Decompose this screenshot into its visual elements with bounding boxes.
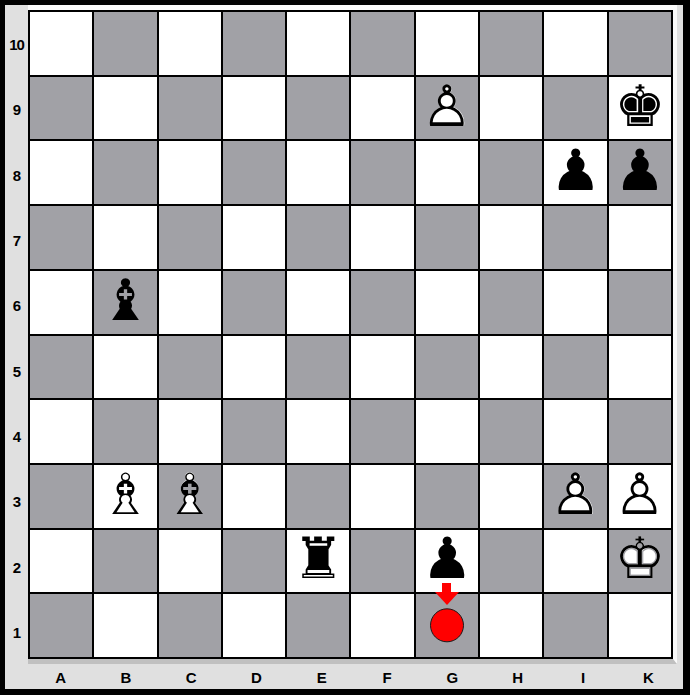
file-label-K: K <box>616 665 681 689</box>
square-F8[interactable] <box>351 141 413 204</box>
square-C10[interactable] <box>159 12 221 75</box>
file-labels: ABCDEFGHIK <box>28 665 681 689</box>
square-B6[interactable]: ♝ <box>94 271 156 334</box>
square-D3[interactable] <box>223 465 285 528</box>
piece-white-bishop[interactable]: ♝♗ <box>159 465 221 528</box>
square-K3[interactable]: ♟♙ <box>609 465 671 528</box>
square-A2[interactable] <box>30 530 92 593</box>
square-C6[interactable] <box>159 271 221 334</box>
square-B7[interactable] <box>94 206 156 269</box>
square-E7[interactable] <box>287 206 349 269</box>
square-K10[interactable] <box>609 12 671 75</box>
square-I9[interactable] <box>544 77 606 140</box>
square-F7[interactable] <box>351 206 413 269</box>
square-C9[interactable] <box>159 77 221 140</box>
piece-black-bishop[interactable]: ♝ <box>94 271 156 334</box>
square-D7[interactable] <box>223 206 285 269</box>
square-B3[interactable]: ♝♗ <box>94 465 156 528</box>
rank-label-4: 4 <box>5 404 28 469</box>
square-E2[interactable]: ♜ <box>287 530 349 593</box>
square-B9[interactable] <box>94 77 156 140</box>
rank-label-9: 9 <box>5 77 28 142</box>
square-K7[interactable] <box>609 206 671 269</box>
black-pawn-glyph: ♟ <box>614 142 665 199</box>
rank-label-7: 7 <box>5 208 28 273</box>
white-king-glyph: ♔ <box>614 530 665 587</box>
square-G3[interactable] <box>416 465 478 528</box>
black-pawn-glyph: ♟ <box>550 142 601 199</box>
rank-label-8: 8 <box>5 143 28 208</box>
rank-label-2: 2 <box>5 534 28 599</box>
square-D5[interactable] <box>223 336 285 399</box>
square-A6[interactable] <box>30 271 92 334</box>
square-G2[interactable]: ♟ <box>416 530 478 593</box>
square-A3[interactable] <box>30 465 92 528</box>
rank-label-10: 10 <box>5 12 28 77</box>
square-I7[interactable] <box>544 206 606 269</box>
move-arrow <box>435 583 459 605</box>
rank-labels: 10987654321 <box>5 12 28 665</box>
square-B1[interactable] <box>94 594 156 657</box>
file-label-B: B <box>93 665 158 689</box>
square-H9[interactable] <box>480 77 542 140</box>
piece-white-pawn[interactable]: ♟♙ <box>544 465 606 528</box>
square-B5[interactable] <box>94 336 156 399</box>
square-H4[interactable] <box>480 400 542 463</box>
square-D9[interactable] <box>223 77 285 140</box>
square-G6[interactable] <box>416 271 478 334</box>
file-label-C: C <box>159 665 224 689</box>
square-A7[interactable] <box>30 206 92 269</box>
square-C2[interactable] <box>159 530 221 593</box>
square-I8[interactable]: ♟ <box>544 141 606 204</box>
square-F5[interactable] <box>351 336 413 399</box>
square-E6[interactable] <box>287 271 349 334</box>
square-B4[interactable] <box>94 400 156 463</box>
square-H5[interactable] <box>480 336 542 399</box>
white-bishop-glyph: ♗ <box>164 466 215 523</box>
square-H2[interactable] <box>480 530 542 593</box>
white-pawn-glyph: ♙ <box>614 466 665 523</box>
move-target-circle <box>430 608 464 642</box>
rank-label-3: 3 <box>5 469 28 534</box>
board-frame: ♟♙♚♟♟♝♝♗♝♗♟♙♟♙♜♟♚♔ <box>28 5 677 664</box>
square-I2[interactable] <box>544 530 606 593</box>
square-K8[interactable]: ♟ <box>609 141 671 204</box>
white-pawn-glyph: ♙ <box>550 466 601 523</box>
square-A5[interactable] <box>30 336 92 399</box>
piece-black-rook[interactable]: ♜ <box>287 530 349 593</box>
black-rook-glyph: ♜ <box>293 530 344 587</box>
file-label-I: I <box>550 665 615 689</box>
square-E5[interactable] <box>287 336 349 399</box>
board-panel: 10987654321 ♟♙♚♟♟♝♝♗♝♗♟♙♟♙♜♟♚♔ ABCDEFGHI… <box>5 5 683 689</box>
move-arrow-shaft <box>442 583 451 592</box>
square-D8[interactable] <box>223 141 285 204</box>
square-I4[interactable] <box>544 400 606 463</box>
chess-app-window: 10987654321 ♟♙♚♟♟♝♝♗♝♗♟♙♟♙♜♟♚♔ ABCDEFGHI… <box>0 0 690 695</box>
square-E9[interactable] <box>287 77 349 140</box>
square-F9[interactable] <box>351 77 413 140</box>
square-D2[interactable] <box>223 530 285 593</box>
square-A4[interactable] <box>30 400 92 463</box>
square-K5[interactable] <box>609 336 671 399</box>
square-E1[interactable] <box>287 594 349 657</box>
square-F6[interactable] <box>351 271 413 334</box>
file-label-G: G <box>420 665 485 689</box>
square-H3[interactable] <box>480 465 542 528</box>
square-G4[interactable] <box>416 400 478 463</box>
square-D1[interactable] <box>223 594 285 657</box>
rank-label-1: 1 <box>5 600 28 665</box>
piece-white-bishop[interactable]: ♝♗ <box>94 465 156 528</box>
square-I10[interactable] <box>544 12 606 75</box>
square-G9[interactable]: ♟♙ <box>416 77 478 140</box>
square-K1[interactable] <box>609 594 671 657</box>
piece-white-pawn[interactable]: ♟♙ <box>609 465 671 528</box>
black-bishop-glyph: ♝ <box>100 272 151 329</box>
square-F2[interactable] <box>351 530 413 593</box>
square-F10[interactable] <box>351 12 413 75</box>
square-C7[interactable] <box>159 206 221 269</box>
move-arrow-head <box>435 592 459 605</box>
white-pawn-glyph: ♙ <box>421 78 472 135</box>
white-bishop-glyph: ♗ <box>100 466 151 523</box>
square-C3[interactable]: ♝♗ <box>159 465 221 528</box>
square-H8[interactable] <box>480 141 542 204</box>
board: ♟♙♚♟♟♝♝♗♝♗♟♙♟♙♜♟♚♔ <box>28 10 673 659</box>
square-K9[interactable]: ♚ <box>609 77 671 140</box>
square-A1[interactable] <box>30 594 92 657</box>
square-A9[interactable] <box>30 77 92 140</box>
square-K2[interactable]: ♚♔ <box>609 530 671 593</box>
file-label-H: H <box>485 665 550 689</box>
piece-black-pawn[interactable]: ♟ <box>609 141 671 204</box>
square-E3[interactable] <box>287 465 349 528</box>
piece-white-king[interactable]: ♚♔ <box>609 530 671 593</box>
square-H6[interactable] <box>480 271 542 334</box>
square-C8[interactable] <box>159 141 221 204</box>
square-F3[interactable] <box>351 465 413 528</box>
square-G10[interactable] <box>416 12 478 75</box>
square-A10[interactable] <box>30 12 92 75</box>
black-king-glyph: ♚ <box>614 78 665 135</box>
square-C5[interactable] <box>159 336 221 399</box>
piece-black-pawn[interactable]: ♟ <box>544 141 606 204</box>
square-D6[interactable] <box>223 271 285 334</box>
file-label-F: F <box>354 665 419 689</box>
square-I1[interactable] <box>544 594 606 657</box>
square-B8[interactable] <box>94 141 156 204</box>
square-E4[interactable] <box>287 400 349 463</box>
square-G7[interactable] <box>416 206 478 269</box>
square-I5[interactable] <box>544 336 606 399</box>
square-G5[interactable] <box>416 336 478 399</box>
square-I6[interactable] <box>544 271 606 334</box>
square-K4[interactable] <box>609 400 671 463</box>
square-I3[interactable]: ♟♙ <box>544 465 606 528</box>
square-D4[interactable] <box>223 400 285 463</box>
square-C1[interactable] <box>159 594 221 657</box>
square-G8[interactable] <box>416 141 478 204</box>
square-C4[interactable] <box>159 400 221 463</box>
black-pawn-glyph: ♟ <box>421 530 472 587</box>
piece-white-pawn[interactable]: ♟♙ <box>416 77 478 140</box>
square-A8[interactable] <box>30 141 92 204</box>
piece-black-king[interactable]: ♚ <box>609 77 671 140</box>
square-H7[interactable] <box>480 206 542 269</box>
file-label-E: E <box>289 665 354 689</box>
square-F1[interactable] <box>351 594 413 657</box>
file-label-A: A <box>28 665 93 689</box>
square-B10[interactable] <box>94 12 156 75</box>
square-K6[interactable] <box>609 271 671 334</box>
square-F4[interactable] <box>351 400 413 463</box>
file-label-D: D <box>224 665 289 689</box>
square-H10[interactable] <box>480 12 542 75</box>
square-H1[interactable] <box>480 594 542 657</box>
square-D10[interactable] <box>223 12 285 75</box>
rank-label-6: 6 <box>5 273 28 338</box>
square-B2[interactable] <box>94 530 156 593</box>
square-E8[interactable] <box>287 141 349 204</box>
rank-label-5: 5 <box>5 338 28 403</box>
square-E10[interactable] <box>287 12 349 75</box>
